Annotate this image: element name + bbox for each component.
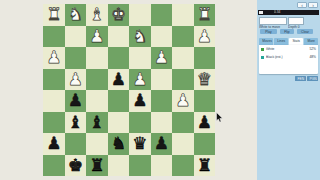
chess-board[interactable]: ♜♞♝♚♜♟♞♟♟♟♟♟♟♛♟♟♟♝♝♟♟♞♛♟♚♜♜ — [43, 4, 215, 176]
board-square[interactable] — [151, 90, 173, 112]
legend-dot-icon — [261, 56, 264, 59]
piece-white-bishop[interactable]: ♝ — [89, 6, 104, 23]
board-square[interactable] — [194, 90, 216, 112]
turn-indicator-chip — [259, 11, 263, 14]
board-square[interactable] — [86, 47, 108, 69]
pgn-button[interactable]: PGN — [307, 76, 318, 81]
tab-lines-label: Lines — [277, 40, 285, 44]
board-square[interactable] — [172, 26, 194, 48]
tab-more-label: More — [307, 40, 315, 44]
piece-black-bishop[interactable]: ♝ — [89, 114, 104, 131]
eval-value: 0.34 — [274, 11, 280, 15]
piece-black-pawn[interactable]: ♟ — [68, 92, 83, 109]
board-square[interactable]: ♟ — [43, 133, 65, 155]
board-square[interactable] — [86, 90, 108, 112]
board-square[interactable] — [43, 112, 65, 134]
board-square[interactable] — [172, 155, 194, 177]
board-square[interactable]: ♟ — [194, 112, 216, 134]
piece-white-pawn[interactable]: ♟ — [154, 49, 169, 66]
board-square[interactable] — [108, 26, 130, 48]
piece-white-rook[interactable]: ♜ — [46, 6, 61, 23]
board-square[interactable] — [151, 112, 173, 134]
board-square[interactable]: ♚ — [108, 4, 130, 26]
board-square[interactable]: ♟ — [65, 69, 87, 91]
tab-moves[interactable]: Moves — [259, 38, 273, 45]
piece-black-pawn[interactable]: ♟ — [132, 92, 147, 109]
stats-card: White52%Black (est.)48% — [259, 45, 318, 74]
analysis-sidebar: Game #302 · New Game ‹ › 0.34 1. d4 d5 2… — [257, 0, 320, 180]
board-square[interactable]: ♟ — [65, 90, 87, 112]
board-square[interactable] — [172, 112, 194, 134]
board-square[interactable]: ♟ — [194, 26, 216, 48]
piece-white-pawn[interactable]: ♟ — [46, 49, 61, 66]
board-square[interactable] — [172, 4, 194, 26]
piece-black-knight[interactable]: ♞ — [111, 135, 126, 152]
board-square[interactable] — [129, 112, 151, 134]
piece-black-king[interactable]: ♚ — [68, 157, 83, 174]
board-square[interactable] — [86, 133, 108, 155]
piece-black-pawn[interactable]: ♟ — [46, 135, 61, 152]
tab-moves-label: Moves — [262, 40, 270, 44]
card-row[interactable]: Black (est.)48% — [261, 54, 316, 60]
piece-white-pawn[interactable]: ♟ — [68, 71, 83, 88]
mouse-cursor-icon — [216, 112, 224, 123]
board-square[interactable] — [108, 112, 130, 134]
board-square[interactable]: ♟ — [129, 90, 151, 112]
board-square[interactable] — [65, 26, 87, 48]
board-square[interactable] — [43, 155, 65, 177]
board-square[interactable]: ♜ — [194, 155, 216, 177]
board-square[interactable]: ♟ — [43, 47, 65, 69]
piece-black-pawn[interactable]: ♟ — [197, 114, 212, 131]
board-square[interactable] — [43, 69, 65, 91]
board-square[interactable]: ♞ — [65, 4, 87, 26]
input-row: 1. d4 d5 2. c4 +0.3 — [259, 17, 318, 24]
board-square[interactable]: ♝ — [86, 4, 108, 26]
board-square[interactable]: ♜ — [43, 4, 65, 26]
legend-label: White — [266, 48, 294, 52]
board-square[interactable]: ♛ — [129, 133, 151, 155]
board-square[interactable] — [43, 26, 65, 48]
board-square[interactable] — [172, 69, 194, 91]
fen-button[interactable]: FEN — [295, 76, 306, 81]
tab-more[interactable]: More — [304, 38, 318, 45]
board-square[interactable]: ♟ — [172, 90, 194, 112]
piece-black-rook[interactable]: ♜ — [89, 157, 104, 174]
board-square[interactable] — [129, 4, 151, 26]
legend-label: Black (est.) — [266, 55, 294, 59]
piece-white-knight[interactable]: ♞ — [68, 6, 83, 23]
board-square[interactable] — [194, 47, 216, 69]
piece-white-queen[interactable]: ♛ — [197, 71, 212, 88]
sidebar-tabs: Moves Lines Stats More — [259, 38, 318, 45]
board-square[interactable] — [43, 90, 65, 112]
piece-white-rook[interactable]: ♜ — [197, 6, 212, 23]
eval-bar: 0.34 — [258, 10, 319, 15]
app-window: ♜♞♝♚♜♟♞♟♟♟♟♟♟♛♟♟♟♝♝♟♟♞♛♟♚♜♜ Game #302 · … — [0, 0, 320, 180]
prev-button[interactable]: ‹ — [297, 2, 307, 8]
board-square[interactable] — [172, 133, 194, 155]
piece-black-rook[interactable]: ♜ — [197, 157, 212, 174]
piece-black-queen[interactable]: ♛ — [132, 135, 147, 152]
board-square[interactable]: ♚ — [65, 155, 87, 177]
piece-white-pawn[interactable]: ♟ — [89, 28, 104, 45]
board-square[interactable] — [172, 47, 194, 69]
piece-white-pawn[interactable]: ♟ — [197, 28, 212, 45]
pgn-button-label: PGN — [309, 77, 315, 80]
next-button[interactable]: › — [308, 2, 318, 8]
board-square[interactable]: ♞ — [129, 26, 151, 48]
legend-value: 52% — [309, 48, 316, 52]
board-square[interactable] — [129, 47, 151, 69]
clear-button-label: Clear — [301, 30, 310, 34]
sidebar-header: Game #302 · New Game — [259, 0, 295, 8]
card-row[interactable]: White52% — [261, 47, 316, 53]
board-square[interactable] — [65, 133, 87, 155]
fen-button-label: FEN — [297, 77, 303, 80]
action-buttons: Play Flip Clear — [260, 29, 317, 35]
board-square[interactable] — [151, 155, 173, 177]
board-square[interactable] — [108, 90, 130, 112]
board-square[interactable] — [151, 4, 173, 26]
board-square[interactable] — [151, 69, 173, 91]
clear-button[interactable]: Clear — [297, 29, 313, 35]
legend-dot-icon — [261, 48, 264, 51]
flip-button[interactable]: Flip — [280, 29, 294, 35]
flip-button-label: Flip — [283, 30, 291, 34]
board-square[interactable] — [65, 47, 87, 69]
board-square[interactable]: ♜ — [194, 4, 216, 26]
board-square[interactable]: ♟ — [151, 47, 173, 69]
board-square[interactable]: ♟ — [86, 26, 108, 48]
board-square[interactable]: ♟ — [129, 69, 151, 91]
tab-lines[interactable]: Lines — [274, 38, 288, 45]
board-square[interactable]: ♝ — [65, 112, 87, 134]
board-square[interactable] — [108, 155, 130, 177]
piece-black-pawn[interactable]: ♟ — [154, 135, 169, 152]
board-square[interactable]: ♟ — [151, 133, 173, 155]
piece-black-pawn[interactable]: ♟ — [111, 71, 126, 88]
piece-black-bishop[interactable]: ♝ — [68, 114, 83, 131]
board-square[interactable]: ♞ — [108, 133, 130, 155]
board-square[interactable] — [108, 47, 130, 69]
play-button-label: Play — [264, 30, 273, 34]
board-square[interactable] — [86, 69, 108, 91]
board-square[interactable]: ♟ — [108, 69, 130, 91]
board-square[interactable]: ♜ — [86, 155, 108, 177]
board-square[interactable] — [129, 155, 151, 177]
board-square[interactable]: ♛ — [194, 69, 216, 91]
tab-stats-label: Stats — [292, 40, 300, 44]
piece-white-pawn[interactable]: ♟ — [132, 71, 147, 88]
board-square[interactable] — [151, 26, 173, 48]
board-square[interactable]: ♝ — [86, 112, 108, 134]
legend-value: 48% — [309, 55, 316, 59]
play-button[interactable]: Play — [260, 29, 277, 35]
tab-stats[interactable]: Stats — [289, 38, 303, 45]
sidebar-footer: FEN PGN — [259, 76, 318, 81]
piece-white-king[interactable]: ♚ — [111, 6, 126, 23]
header-nav: ‹ › — [297, 2, 318, 8]
piece-white-pawn[interactable]: ♟ — [175, 92, 190, 109]
piece-white-knight[interactable]: ♞ — [132, 28, 147, 45]
board-square[interactable] — [194, 133, 216, 155]
